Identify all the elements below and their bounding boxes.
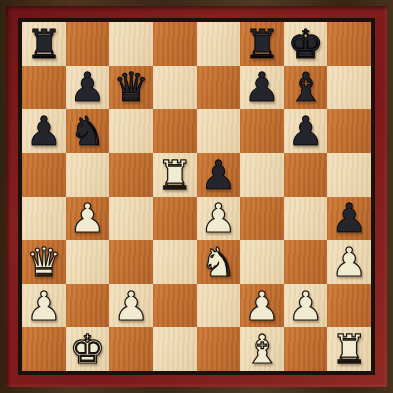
square-g1[interactable]: [284, 327, 328, 371]
square-b7[interactable]: ♟: [66, 66, 110, 110]
piece-white-pawn[interactable]: ♟: [331, 242, 367, 282]
square-h8[interactable]: [327, 22, 371, 66]
piece-black-knight[interactable]: ♞: [70, 111, 106, 151]
square-c8[interactable]: [109, 22, 153, 66]
square-a8[interactable]: ♜: [22, 22, 66, 66]
square-f8[interactable]: ♜: [240, 22, 284, 66]
piece-black-rook[interactable]: ♜: [26, 24, 62, 64]
piece-white-pawn[interactable]: ♟: [70, 198, 106, 238]
square-d3[interactable]: [153, 240, 197, 284]
square-d4[interactable]: [153, 197, 197, 241]
square-e1[interactable]: [197, 327, 241, 371]
square-d5[interactable]: ♜: [153, 153, 197, 197]
square-e7[interactable]: [197, 66, 241, 110]
piece-white-knight[interactable]: ♞: [200, 242, 236, 282]
square-c5[interactable]: [109, 153, 153, 197]
square-c1[interactable]: [109, 327, 153, 371]
square-f5[interactable]: [240, 153, 284, 197]
square-g3[interactable]: [284, 240, 328, 284]
piece-white-pawn[interactable]: ♟: [113, 286, 149, 326]
square-a3[interactable]: ♛: [22, 240, 66, 284]
square-c6[interactable]: [109, 109, 153, 153]
square-a6[interactable]: ♟: [22, 109, 66, 153]
square-d1[interactable]: [153, 327, 197, 371]
square-h6[interactable]: [327, 109, 371, 153]
square-d6[interactable]: [153, 109, 197, 153]
square-b5[interactable]: [66, 153, 110, 197]
square-e6[interactable]: [197, 109, 241, 153]
square-h1[interactable]: ♜: [327, 327, 371, 371]
square-b3[interactable]: [66, 240, 110, 284]
piece-white-pawn[interactable]: ♟: [288, 286, 324, 326]
piece-black-pawn[interactable]: ♟: [244, 67, 280, 107]
square-h5[interactable]: [327, 153, 371, 197]
square-f2[interactable]: ♟: [240, 284, 284, 328]
square-g2[interactable]: ♟: [284, 284, 328, 328]
square-c7[interactable]: ♛: [109, 66, 153, 110]
square-e5[interactable]: ♟: [197, 153, 241, 197]
piece-black-bishop[interactable]: ♝: [288, 67, 324, 107]
square-h7[interactable]: [327, 66, 371, 110]
square-c3[interactable]: [109, 240, 153, 284]
square-b6[interactable]: ♞: [66, 109, 110, 153]
piece-white-pawn[interactable]: ♟: [244, 286, 280, 326]
board-border: ♜♜♚♟♛♟♝♟♞♟♜♟♟♟♟♛♞♟♟♟♟♟♚♝♜: [6, 6, 387, 387]
piece-white-rook[interactable]: ♜: [157, 155, 193, 195]
square-e8[interactable]: [197, 22, 241, 66]
square-a5[interactable]: [22, 153, 66, 197]
square-g4[interactable]: [284, 197, 328, 241]
piece-white-rook[interactable]: ♜: [331, 329, 367, 369]
square-b8[interactable]: [66, 22, 110, 66]
board-frame: ♜♜♚♟♛♟♝♟♞♟♜♟♟♟♟♛♞♟♟♟♟♟♚♝♜: [0, 0, 393, 393]
square-f6[interactable]: [240, 109, 284, 153]
piece-black-queen[interactable]: ♛: [113, 67, 149, 107]
square-e3[interactable]: ♞: [197, 240, 241, 284]
square-e2[interactable]: [197, 284, 241, 328]
square-a7[interactable]: [22, 66, 66, 110]
square-d8[interactable]: [153, 22, 197, 66]
square-a1[interactable]: [22, 327, 66, 371]
piece-black-pawn[interactable]: ♟: [70, 67, 106, 107]
square-g7[interactable]: ♝: [284, 66, 328, 110]
square-f4[interactable]: [240, 197, 284, 241]
square-b1[interactable]: ♚: [66, 327, 110, 371]
square-e4[interactable]: ♟: [197, 197, 241, 241]
square-g8[interactable]: ♚: [284, 22, 328, 66]
square-c4[interactable]: [109, 197, 153, 241]
piece-white-pawn[interactable]: ♟: [26, 286, 62, 326]
square-f7[interactable]: ♟: [240, 66, 284, 110]
piece-white-pawn[interactable]: ♟: [200, 198, 236, 238]
piece-white-king[interactable]: ♚: [70, 329, 106, 369]
piece-white-queen[interactable]: ♛: [26, 242, 62, 282]
square-g6[interactable]: ♟: [284, 109, 328, 153]
square-f1[interactable]: ♝: [240, 327, 284, 371]
square-f3[interactable]: [240, 240, 284, 284]
square-d2[interactable]: [153, 284, 197, 328]
piece-black-pawn[interactable]: ♟: [26, 111, 62, 151]
square-a4[interactable]: [22, 197, 66, 241]
square-d7[interactable]: [153, 66, 197, 110]
piece-white-bishop[interactable]: ♝: [244, 329, 280, 369]
piece-black-rook[interactable]: ♜: [244, 24, 280, 64]
chess-board: ♜♜♚♟♛♟♝♟♞♟♜♟♟♟♟♛♞♟♟♟♟♟♚♝♜: [18, 18, 375, 375]
square-h4[interactable]: ♟: [327, 197, 371, 241]
piece-black-pawn[interactable]: ♟: [200, 155, 236, 195]
square-c2[interactable]: ♟: [109, 284, 153, 328]
square-g5[interactable]: [284, 153, 328, 197]
square-b4[interactable]: ♟: [66, 197, 110, 241]
square-b2[interactable]: [66, 284, 110, 328]
piece-black-pawn[interactable]: ♟: [331, 198, 367, 238]
square-h2[interactable]: [327, 284, 371, 328]
square-a2[interactable]: ♟: [22, 284, 66, 328]
square-h3[interactable]: ♟: [327, 240, 371, 284]
piece-black-pawn[interactable]: ♟: [288, 111, 324, 151]
piece-black-king[interactable]: ♚: [288, 24, 324, 64]
